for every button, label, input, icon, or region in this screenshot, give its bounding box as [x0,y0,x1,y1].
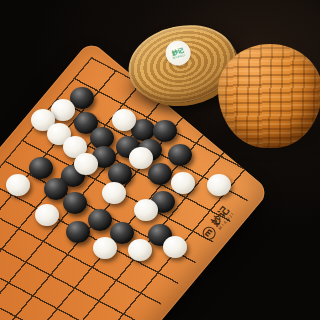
bowl-white-stone[interactable] [218,208,237,224]
lid-label: 妙记 MIAOJI [163,38,194,69]
white-stone[interactable] [129,147,153,169]
white-stone[interactable] [134,199,158,221]
black-stone[interactable] [153,120,177,142]
white-stone[interactable] [93,237,117,259]
bowl-white-stone[interactable] [218,287,236,302]
black-stone[interactable] [29,157,53,179]
white-stone[interactable] [112,109,136,131]
white-stone[interactable] [74,153,98,175]
bowl-white-stone[interactable] [218,302,235,316]
bowl-white-stone[interactable] [218,18,237,34]
bowl-white-stone[interactable] [218,194,235,208]
black-stone[interactable] [88,209,112,231]
black-stone[interactable] [63,192,87,214]
white-stone[interactable] [6,174,30,196]
black-stone[interactable] [66,221,90,243]
go-product-photo: m 妙记 MIAOJI 妙记 MIAOJI [0,0,320,320]
bowl-white-stone[interactable] [218,178,237,194]
stone-bowl[interactable] [218,18,320,148]
white-stone[interactable] [171,172,195,194]
bowl-white-stone[interactable] [218,162,238,178]
white-stone[interactable] [102,182,126,204]
bowl-white-stone[interactable] [218,256,237,272]
white-stone[interactable] [128,239,152,261]
bowl-white-stone[interactable] [218,146,238,162]
white-stone[interactable] [35,204,59,226]
white-stone[interactable] [163,236,187,258]
bowl-white-stone[interactable] [218,272,236,287]
black-stone[interactable] [168,144,192,166]
bowl-white-stone[interactable] [218,240,238,256]
bowl-white-stone[interactable] [218,224,238,240]
black-stone[interactable] [148,163,172,185]
